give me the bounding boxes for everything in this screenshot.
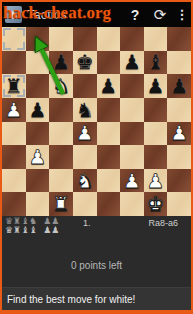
white-pawn[interactable]: ♟ (123, 171, 141, 191)
square-h8[interactable] (167, 27, 191, 51)
white-pawn[interactable]: ♟ (76, 123, 94, 143)
move-marker-corner (3, 28, 11, 36)
white-knight[interactable]: ♞ (76, 171, 94, 191)
square-f5[interactable] (120, 98, 144, 122)
status-bar: Find the best move for white! (2, 288, 191, 310)
square-a8[interactable] (2, 27, 26, 51)
last-move[interactable]: Ra8-a6 (148, 218, 178, 228)
square-b5[interactable]: ♟ (26, 98, 50, 122)
move-marker-corner (3, 89, 11, 97)
square-f2[interactable]: ♟ (120, 169, 144, 193)
square-a1[interactable] (2, 192, 26, 216)
square-h7[interactable] (167, 51, 191, 75)
square-h4[interactable]: ♟ (167, 122, 191, 146)
square-c2[interactable] (49, 169, 73, 193)
square-b7[interactable] (26, 51, 50, 75)
square-g3[interactable] (144, 145, 168, 169)
square-d4[interactable]: ♟ (73, 122, 97, 146)
square-b3[interactable]: ♟ (26, 145, 50, 169)
captured-pieces-tray: ♛♜♝♞♟♟ ♛♜♝♝♟♟ (5, 217, 59, 235)
move-marker-corner (17, 89, 25, 97)
square-f4[interactable] (120, 122, 144, 146)
square-c5[interactable] (49, 98, 73, 122)
square-a2[interactable] (2, 169, 26, 193)
square-f3[interactable] (120, 145, 144, 169)
square-d3[interactable] (73, 145, 97, 169)
square-h1[interactable] (167, 192, 191, 216)
white-pawn[interactable]: ♟ (170, 123, 188, 143)
black-pawn[interactable]: ♟ (147, 76, 165, 96)
square-e4[interactable] (97, 122, 121, 146)
square-d5[interactable]: ♞ (73, 98, 97, 122)
square-a4[interactable] (2, 122, 26, 146)
move-marker-corner (17, 42, 25, 50)
square-f7[interactable]: ♟ (120, 51, 144, 75)
black-pawn[interactable]: ♟ (28, 100, 46, 120)
app-icon: ♞ (5, 6, 22, 23)
square-h2[interactable] (167, 169, 191, 193)
black-knight[interactable]: ♞ (76, 100, 94, 120)
square-a7[interactable] (2, 51, 26, 75)
black-pawn[interactable]: ♟ (99, 76, 117, 96)
black-pawn[interactable]: ♟ (123, 52, 141, 72)
captured-white-pawns: ♟♟ (43, 226, 59, 235)
square-d1[interactable] (73, 192, 97, 216)
info-panel: ♛♜♝♞♟♟ ♛♜♝♝♟♟ 1. Ra8-a6 0 points left Fi… (2, 216, 191, 310)
black-pawn[interactable]: ♟ (52, 52, 70, 72)
title-bar: ♞ Tactics ? ⟳ ⋮ hack-cheat.org (2, 2, 191, 27)
move-number: 1. (83, 218, 91, 228)
square-h5[interactable] (167, 98, 191, 122)
square-b2[interactable] (26, 169, 50, 193)
square-e5[interactable] (97, 98, 121, 122)
square-g7[interactable]: ♝ (144, 51, 168, 75)
square-c1[interactable]: ♜ (49, 192, 73, 216)
square-c7[interactable]: ♟ (49, 51, 73, 75)
square-b8[interactable] (26, 27, 50, 51)
chess-board[interactable]: ♟♚♟♝♜♞♟♟♟♟♟♞♟♟♟♞♟♟♜♚ (2, 27, 191, 216)
square-f8[interactable] (120, 27, 144, 51)
square-c3[interactable] (49, 145, 73, 169)
black-king[interactable]: ♚ (76, 52, 94, 72)
square-c6[interactable]: ♞ (49, 74, 73, 98)
white-rook[interactable]: ♜ (52, 194, 70, 214)
square-e7[interactable] (97, 51, 121, 75)
points-left-label: 0 points left (2, 260, 191, 271)
square-e2[interactable] (97, 169, 121, 193)
square-d7[interactable]: ♚ (73, 51, 97, 75)
instruction-text: Find the best move for white! (2, 294, 135, 305)
square-a3[interactable] (2, 145, 26, 169)
move-marker-corner (17, 28, 25, 36)
square-h3[interactable] (167, 145, 191, 169)
square-a6[interactable]: ♜ (2, 74, 26, 98)
move-marker-corner (3, 75, 11, 83)
square-g2[interactable]: ♟ (144, 169, 168, 193)
move-marker-corner (17, 75, 25, 83)
square-e1[interactable] (97, 192, 121, 216)
captured-white-pieces: ♛♜♝♝ (5, 226, 37, 235)
white-pawn[interactable]: ♟ (28, 147, 46, 167)
square-c8[interactable] (49, 27, 73, 51)
square-g1[interactable]: ♚ (144, 192, 168, 216)
square-e8[interactable] (97, 27, 121, 51)
square-h6[interactable]: ♟ (167, 74, 191, 98)
overflow-menu-icon[interactable]: ⋮ (173, 7, 191, 22)
white-knight[interactable]: ♞ (52, 76, 70, 96)
black-pawn[interactable]: ♟ (170, 76, 188, 96)
black-bishop[interactable]: ♝ (147, 52, 165, 72)
white-pawn[interactable]: ♟ (5, 100, 23, 120)
square-c4[interactable] (49, 122, 73, 146)
square-g8[interactable] (144, 27, 168, 51)
square-g6[interactable]: ♟ (144, 74, 168, 98)
square-a5[interactable]: ♟ (2, 98, 26, 122)
square-b6[interactable] (26, 74, 50, 98)
refresh-icon[interactable]: ⟳ (147, 6, 173, 24)
square-d6[interactable] (73, 74, 97, 98)
square-b4[interactable] (26, 122, 50, 146)
square-g5[interactable] (144, 98, 168, 122)
captured-white-row: ♛♜♝♝♟♟ (5, 226, 59, 235)
square-d8[interactable] (73, 27, 97, 51)
square-e3[interactable] (97, 145, 121, 169)
square-g4[interactable] (144, 122, 168, 146)
square-f1[interactable] (120, 192, 144, 216)
move-marker-corner (3, 42, 11, 50)
square-d2[interactable]: ♞ (73, 169, 97, 193)
help-icon[interactable]: ? (123, 7, 147, 23)
square-f6[interactable] (120, 74, 144, 98)
square-e6[interactable]: ♟ (97, 74, 121, 98)
white-king[interactable]: ♚ (147, 194, 165, 214)
square-b1[interactable] (26, 192, 50, 216)
white-pawn[interactable]: ♟ (147, 171, 165, 191)
app-title: Tactics (27, 7, 123, 22)
